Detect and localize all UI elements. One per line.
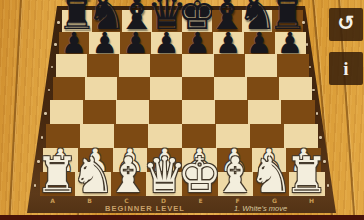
square-e1[interactable]: ♚	[182, 172, 218, 196]
square-e5[interactable]	[182, 77, 214, 100]
level-label: BEGINNER LEVEL	[80, 204, 210, 213]
square-a7[interactable]: ♟	[59, 32, 90, 54]
square-h5[interactable]	[279, 77, 311, 100]
square-d4[interactable]	[149, 100, 182, 124]
frame-stud-dot	[48, 89, 51, 92]
square-f1[interactable]: ♝	[218, 172, 254, 196]
file-label-c: C	[108, 197, 145, 204]
undo-icon: ↺	[337, 13, 355, 34]
frame-stud-dot	[306, 43, 309, 46]
square-d5[interactable]	[150, 77, 182, 100]
file-label-h: H	[293, 197, 330, 204]
square-g6[interactable]	[245, 54, 277, 77]
square-g1[interactable]: ♞	[253, 172, 289, 196]
frame-stud-dot	[41, 136, 44, 139]
frame-stud-dot	[44, 112, 47, 115]
frame-stud-dot	[54, 43, 57, 46]
move-indicator: 1. White's move	[198, 204, 323, 213]
square-a4[interactable]	[50, 100, 83, 124]
square-b5[interactable]	[85, 77, 117, 100]
frame-stud-dot	[302, 21, 305, 24]
frame-stud-dot	[34, 184, 37, 187]
square-c5[interactable]	[117, 77, 149, 100]
square-g5[interactable]	[247, 77, 279, 100]
info-button[interactable]: i	[329, 52, 363, 85]
frame-stud-dot	[37, 160, 40, 163]
file-label-b: B	[71, 197, 108, 204]
file-label-e: E	[182, 197, 219, 204]
rank-row-4	[50, 100, 315, 124]
square-b1[interactable]: ♞	[75, 172, 111, 196]
square-h4[interactable]	[281, 100, 314, 124]
square-f4[interactable]	[215, 100, 248, 124]
square-d6[interactable]	[150, 54, 182, 77]
square-b7[interactable]: ♟	[89, 32, 120, 54]
file-label-a: A	[34, 197, 71, 204]
frame-stud-dot	[312, 89, 315, 92]
square-b6[interactable]	[87, 54, 119, 77]
rank-row-5	[53, 77, 312, 100]
rank-row-6	[56, 54, 309, 77]
square-e7[interactable]: ♟	[182, 32, 213, 54]
square-f6[interactable]	[214, 54, 246, 77]
info-icon: i	[343, 59, 348, 78]
square-e4[interactable]	[182, 100, 215, 124]
bottom-edge-bar	[0, 215, 364, 220]
square-f5[interactable]	[214, 77, 246, 100]
rank-row-7: ♟♟♟♟♟♟♟♟	[59, 32, 306, 54]
file-labels: ABCDEFGH	[34, 197, 330, 204]
square-f7[interactable]: ♟	[213, 32, 244, 54]
square-d1[interactable]: ♛	[146, 172, 182, 196]
square-c7[interactable]: ♟	[120, 32, 151, 54]
rank-row-1: ♜♞♝♛♚♝♞♜	[40, 172, 325, 196]
frame-stud-dot	[327, 184, 330, 187]
square-c6[interactable]	[119, 54, 151, 77]
square-c1[interactable]: ♝	[111, 172, 147, 196]
frame-stud-dot	[316, 112, 319, 115]
square-d7[interactable]: ♟	[151, 32, 182, 54]
frame-stud-dot	[319, 136, 322, 139]
file-label-f: F	[219, 197, 256, 204]
undo-button[interactable]: ↺	[329, 8, 363, 41]
square-g7[interactable]: ♟	[244, 32, 275, 54]
square-a5[interactable]	[53, 77, 85, 100]
square-a6[interactable]	[56, 54, 88, 77]
frame-stud-dot	[57, 21, 60, 24]
square-h7[interactable]: ♟	[275, 32, 306, 54]
square-h1[interactable]: ♜	[289, 172, 325, 196]
square-e6[interactable]	[182, 54, 214, 77]
frame-stud-dot	[323, 160, 326, 163]
file-label-d: D	[145, 197, 182, 204]
square-a1[interactable]: ♜	[40, 172, 76, 196]
chess-board[interactable]: ♜♞♝♛♚♝♞♜♟♟♟♟♟♟♟♟♟♟♟♟♟♟♟♟♜♞♝♛♚♝♞♜	[0, 10, 364, 196]
piece-white-rook[interactable]: ♜	[285, 151, 329, 200]
file-label-g: G	[256, 197, 293, 204]
chess-app-screen: ♜♞♝♛♚♝♞♜♟♟♟♟♟♟♟♟♟♟♟♟♟♟♟♟♜♞♝♛♚♝♞♜ ABCDEFG…	[0, 0, 364, 220]
square-h6[interactable]	[277, 54, 309, 77]
square-g4[interactable]	[248, 100, 281, 124]
square-b4[interactable]	[83, 100, 116, 124]
square-c4[interactable]	[116, 100, 149, 124]
